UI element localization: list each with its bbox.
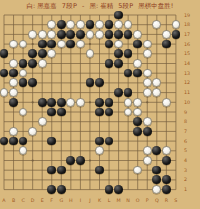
intersection-B7[interactable] [9, 126, 19, 136]
intersection-A1[interactable] [0, 185, 9, 195]
intersection-R10[interactable] [162, 97, 172, 107]
intersection-B16[interactable] [9, 39, 19, 49]
intersection-O5[interactable] [133, 146, 143, 156]
intersection-S4[interactable] [171, 155, 181, 165]
intersection-L14[interactable] [104, 59, 114, 69]
intersection-O12[interactable] [133, 78, 143, 88]
intersection-M9[interactable] [114, 107, 124, 117]
intersection-I19[interactable] [76, 10, 86, 20]
intersection-C2[interactable] [18, 175, 28, 185]
intersection-H16[interactable] [66, 39, 76, 49]
intersection-S18[interactable] [171, 20, 181, 30]
intersection-I16[interactable] [76, 39, 86, 49]
intersection-I3[interactable] [76, 165, 86, 175]
intersection-Q15[interactable] [152, 49, 162, 59]
intersection-B2[interactable] [9, 175, 19, 185]
intersection-O11[interactable] [133, 88, 143, 98]
intersection-J3[interactable] [85, 165, 95, 175]
intersection-S9[interactable] [171, 107, 181, 117]
intersection-A9[interactable] [0, 107, 9, 117]
intersection-P9[interactable] [142, 107, 152, 117]
intersection-N12[interactable] [123, 78, 133, 88]
intersection-G1[interactable] [57, 185, 67, 195]
intersection-I5[interactable] [76, 146, 86, 156]
intersection-O4[interactable] [133, 155, 143, 165]
intersection-H3[interactable] [66, 165, 76, 175]
intersection-B5[interactable] [9, 146, 19, 156]
intersection-B8[interactable] [9, 117, 19, 127]
intersection-G4[interactable] [57, 155, 67, 165]
intersection-C16[interactable] [18, 39, 28, 49]
intersection-N16[interactable] [123, 39, 133, 49]
intersection-D5[interactable] [28, 146, 38, 156]
intersection-Q19[interactable] [152, 10, 162, 20]
intersection-K15[interactable] [95, 49, 105, 59]
intersection-D2[interactable] [28, 175, 38, 185]
intersection-M18[interactable] [114, 20, 124, 30]
intersection-L6[interactable] [104, 136, 114, 146]
intersection-B6[interactable] [9, 136, 19, 146]
intersection-P12[interactable] [142, 78, 152, 88]
intersection-G16[interactable] [57, 39, 67, 49]
intersection-L13[interactable] [104, 68, 114, 78]
intersection-A11[interactable] [0, 88, 9, 98]
intersection-B13[interactable] [9, 68, 19, 78]
intersection-H17[interactable] [66, 30, 76, 40]
intersection-M12[interactable] [114, 78, 124, 88]
intersection-H6[interactable] [66, 136, 76, 146]
intersection-D1[interactable] [28, 185, 38, 195]
intersection-B17[interactable] [9, 30, 19, 40]
intersection-P2[interactable] [142, 175, 152, 185]
intersection-K9[interactable] [95, 107, 105, 117]
intersection-H9[interactable] [66, 107, 76, 117]
intersection-J13[interactable] [85, 68, 95, 78]
intersection-J14[interactable] [85, 59, 95, 69]
intersection-G10[interactable] [57, 97, 67, 107]
intersection-G9[interactable] [57, 107, 67, 117]
intersection-O16[interactable] [133, 39, 143, 49]
intersection-K18[interactable] [95, 20, 105, 30]
intersection-C19[interactable] [18, 10, 28, 20]
intersection-B15[interactable] [9, 49, 19, 59]
intersection-N11[interactable] [123, 88, 133, 98]
intersection-Q17[interactable] [152, 30, 162, 40]
intersection-R12[interactable] [162, 78, 172, 88]
intersection-C5[interactable] [18, 146, 28, 156]
intersection-L15[interactable] [104, 49, 114, 59]
intersection-F4[interactable] [47, 155, 57, 165]
intersection-Q9[interactable] [152, 107, 162, 117]
intersection-K16[interactable] [95, 39, 105, 49]
intersection-E9[interactable] [37, 107, 47, 117]
intersection-O17[interactable] [133, 30, 143, 40]
intersection-L16[interactable] [104, 39, 114, 49]
intersection-C11[interactable] [18, 88, 28, 98]
intersection-G17[interactable] [57, 30, 67, 40]
intersection-F3[interactable] [47, 165, 57, 175]
intersection-K8[interactable] [95, 117, 105, 127]
intersection-H4[interactable] [66, 155, 76, 165]
intersection-M10[interactable] [114, 97, 124, 107]
intersection-M3[interactable] [114, 165, 124, 175]
intersection-M14[interactable] [114, 59, 124, 69]
intersection-D8[interactable] [28, 117, 38, 127]
intersection-A12[interactable] [0, 78, 9, 88]
intersection-R18[interactable] [162, 20, 172, 30]
intersection-K14[interactable] [95, 59, 105, 69]
intersection-C3[interactable] [18, 165, 28, 175]
intersection-O8[interactable] [133, 117, 143, 127]
intersection-D13[interactable] [28, 68, 38, 78]
intersection-P10[interactable] [142, 97, 152, 107]
intersection-J5[interactable] [85, 146, 95, 156]
intersection-P11[interactable] [142, 88, 152, 98]
intersection-O1[interactable] [133, 185, 143, 195]
intersection-D10[interactable] [28, 97, 38, 107]
intersection-A17[interactable] [0, 30, 9, 40]
intersection-R5[interactable] [162, 146, 172, 156]
intersection-P8[interactable] [142, 117, 152, 127]
intersection-I1[interactable] [76, 185, 86, 195]
intersection-E6[interactable] [37, 136, 47, 146]
intersection-I6[interactable] [76, 136, 86, 146]
intersection-F19[interactable] [47, 10, 57, 20]
intersection-J17[interactable] [85, 30, 95, 40]
intersection-I2[interactable] [76, 175, 86, 185]
intersection-H19[interactable] [66, 10, 76, 20]
intersection-E14[interactable] [37, 59, 47, 69]
intersection-H18[interactable] [66, 20, 76, 30]
intersection-M1[interactable] [114, 185, 124, 195]
intersection-A4[interactable] [0, 155, 9, 165]
intersection-N17[interactable] [123, 30, 133, 40]
intersection-K19[interactable] [95, 10, 105, 20]
intersection-N4[interactable] [123, 155, 133, 165]
intersection-Q13[interactable] [152, 68, 162, 78]
intersection-H1[interactable] [66, 185, 76, 195]
intersection-N13[interactable] [123, 68, 133, 78]
intersection-G5[interactable] [57, 146, 67, 156]
intersection-A19[interactable] [0, 10, 9, 20]
intersection-C13[interactable] [18, 68, 28, 78]
intersection-A5[interactable] [0, 146, 9, 156]
intersection-O14[interactable] [133, 59, 143, 69]
intersection-I12[interactable] [76, 78, 86, 88]
intersection-C10[interactable] [18, 97, 28, 107]
intersection-D15[interactable] [28, 49, 38, 59]
intersection-P16[interactable] [142, 39, 152, 49]
intersection-S13[interactable] [171, 68, 181, 78]
intersection-D14[interactable] [28, 59, 38, 69]
intersection-M16[interactable] [114, 39, 124, 49]
intersection-G11[interactable] [57, 88, 67, 98]
intersection-I14[interactable] [76, 59, 86, 69]
intersection-A2[interactable] [0, 175, 9, 185]
intersection-Q2[interactable] [152, 175, 162, 185]
intersection-S7[interactable] [171, 126, 181, 136]
intersection-I9[interactable] [76, 107, 86, 117]
intersection-L3[interactable] [104, 165, 114, 175]
intersection-R16[interactable] [162, 39, 172, 49]
intersection-P3[interactable] [142, 165, 152, 175]
intersection-E18[interactable] [37, 20, 47, 30]
intersection-J11[interactable] [85, 88, 95, 98]
intersection-E7[interactable] [37, 126, 47, 136]
intersection-N7[interactable] [123, 126, 133, 136]
intersection-D9[interactable] [28, 107, 38, 117]
intersection-S10[interactable] [171, 97, 181, 107]
intersection-F8[interactable] [47, 117, 57, 127]
intersection-E4[interactable] [37, 155, 47, 165]
intersection-Q16[interactable] [152, 39, 162, 49]
intersection-P7[interactable] [142, 126, 152, 136]
intersection-R1[interactable] [162, 185, 172, 195]
intersection-M4[interactable] [114, 155, 124, 165]
go-board[interactable] [0, 10, 181, 194]
intersection-E16[interactable] [37, 39, 47, 49]
intersection-L17[interactable] [104, 30, 114, 40]
intersection-Q11[interactable] [152, 88, 162, 98]
intersection-I4[interactable] [76, 155, 86, 165]
intersection-C17[interactable] [18, 30, 28, 40]
intersection-Q3[interactable] [152, 165, 162, 175]
intersection-R13[interactable] [162, 68, 172, 78]
intersection-G12[interactable] [57, 78, 67, 88]
intersection-M13[interactable] [114, 68, 124, 78]
intersection-M17[interactable] [114, 30, 124, 40]
intersection-R4[interactable] [162, 155, 172, 165]
intersection-L9[interactable] [104, 107, 114, 117]
intersection-Q7[interactable] [152, 126, 162, 136]
intersection-I7[interactable] [76, 126, 86, 136]
intersection-F18[interactable] [47, 20, 57, 30]
intersection-I8[interactable] [76, 117, 86, 127]
intersection-I18[interactable] [76, 20, 86, 30]
intersection-A14[interactable] [0, 59, 9, 69]
intersection-C12[interactable] [18, 78, 28, 88]
intersection-H11[interactable] [66, 88, 76, 98]
intersection-O15[interactable] [133, 49, 143, 59]
intersection-S15[interactable] [171, 49, 181, 59]
intersection-G14[interactable] [57, 59, 67, 69]
intersection-S19[interactable] [171, 10, 181, 20]
intersection-O7[interactable] [133, 126, 143, 136]
intersection-J16[interactable] [85, 39, 95, 49]
intersection-A3[interactable] [0, 165, 9, 175]
intersection-I11[interactable] [76, 88, 86, 98]
intersection-A15[interactable] [0, 49, 9, 59]
intersection-B14[interactable] [9, 59, 19, 69]
intersection-J1[interactable] [85, 185, 95, 195]
intersection-K3[interactable] [95, 165, 105, 175]
intersection-N5[interactable] [123, 146, 133, 156]
intersection-B3[interactable] [9, 165, 19, 175]
intersection-F13[interactable] [47, 68, 57, 78]
intersection-R19[interactable] [162, 10, 172, 20]
intersection-C15[interactable] [18, 49, 28, 59]
intersection-N1[interactable] [123, 185, 133, 195]
intersection-A13[interactable] [0, 68, 9, 78]
intersection-G15[interactable] [57, 49, 67, 59]
intersection-H2[interactable] [66, 175, 76, 185]
intersection-E11[interactable] [37, 88, 47, 98]
intersection-P13[interactable] [142, 68, 152, 78]
intersection-G3[interactable] [57, 165, 67, 175]
intersection-F5[interactable] [47, 146, 57, 156]
intersection-D7[interactable] [28, 126, 38, 136]
intersection-P4[interactable] [142, 155, 152, 165]
intersection-D11[interactable] [28, 88, 38, 98]
intersection-K17[interactable] [95, 30, 105, 40]
intersection-K7[interactable] [95, 126, 105, 136]
intersection-K10[interactable] [95, 97, 105, 107]
intersection-E15[interactable] [37, 49, 47, 59]
intersection-K11[interactable] [95, 88, 105, 98]
intersection-F15[interactable] [47, 49, 57, 59]
intersection-K12[interactable] [95, 78, 105, 88]
intersection-F10[interactable] [47, 97, 57, 107]
intersection-R14[interactable] [162, 59, 172, 69]
intersection-J15[interactable] [85, 49, 95, 59]
intersection-L4[interactable] [104, 155, 114, 165]
intersection-R17[interactable] [162, 30, 172, 40]
intersection-F9[interactable] [47, 107, 57, 117]
intersection-G6[interactable] [57, 136, 67, 146]
intersection-F2[interactable] [47, 175, 57, 185]
intersection-L11[interactable] [104, 88, 114, 98]
intersection-S5[interactable] [171, 146, 181, 156]
intersection-Q8[interactable] [152, 117, 162, 127]
intersection-H15[interactable] [66, 49, 76, 59]
intersection-N6[interactable] [123, 136, 133, 146]
intersection-H5[interactable] [66, 146, 76, 156]
intersection-I17[interactable] [76, 30, 86, 40]
intersection-O10[interactable] [133, 97, 143, 107]
intersection-B11[interactable] [9, 88, 19, 98]
intersection-D17[interactable] [28, 30, 38, 40]
intersection-E2[interactable] [37, 175, 47, 185]
intersection-A7[interactable] [0, 126, 9, 136]
intersection-K4[interactable] [95, 155, 105, 165]
intersection-H14[interactable] [66, 59, 76, 69]
intersection-R11[interactable] [162, 88, 172, 98]
intersection-B4[interactable] [9, 155, 19, 165]
intersection-S8[interactable] [171, 117, 181, 127]
intersection-L12[interactable] [104, 78, 114, 88]
intersection-O9[interactable] [133, 107, 143, 117]
intersection-G19[interactable] [57, 10, 67, 20]
intersection-E10[interactable] [37, 97, 47, 107]
intersection-S6[interactable] [171, 136, 181, 146]
intersection-O18[interactable] [133, 20, 143, 30]
intersection-P5[interactable] [142, 146, 152, 156]
intersection-G13[interactable] [57, 68, 67, 78]
intersection-C18[interactable] [18, 20, 28, 30]
intersection-S14[interactable] [171, 59, 181, 69]
intersection-E12[interactable] [37, 78, 47, 88]
intersection-R8[interactable] [162, 117, 172, 127]
intersection-Q4[interactable] [152, 155, 162, 165]
intersection-Q14[interactable] [152, 59, 162, 69]
intersection-F6[interactable] [47, 136, 57, 146]
intersection-F12[interactable] [47, 78, 57, 88]
intersection-H7[interactable] [66, 126, 76, 136]
intersection-E19[interactable] [37, 10, 47, 20]
intersection-S2[interactable] [171, 175, 181, 185]
intersection-B9[interactable] [9, 107, 19, 117]
intersection-B10[interactable] [9, 97, 19, 107]
intersection-C6[interactable] [18, 136, 28, 146]
intersection-L18[interactable] [104, 20, 114, 30]
intersection-B12[interactable] [9, 78, 19, 88]
intersection-G2[interactable] [57, 175, 67, 185]
intersection-N10[interactable] [123, 97, 133, 107]
intersection-F16[interactable] [47, 39, 57, 49]
intersection-A8[interactable] [0, 117, 9, 127]
intersection-D18[interactable] [28, 20, 38, 30]
intersection-N14[interactable] [123, 59, 133, 69]
intersection-N3[interactable] [123, 165, 133, 175]
intersection-K13[interactable] [95, 68, 105, 78]
intersection-R3[interactable] [162, 165, 172, 175]
intersection-C7[interactable] [18, 126, 28, 136]
intersection-M6[interactable] [114, 136, 124, 146]
intersection-Q12[interactable] [152, 78, 162, 88]
intersection-N18[interactable] [123, 20, 133, 30]
intersection-G7[interactable] [57, 126, 67, 136]
intersection-D6[interactable] [28, 136, 38, 146]
intersection-N8[interactable] [123, 117, 133, 127]
intersection-R15[interactable] [162, 49, 172, 59]
intersection-H13[interactable] [66, 68, 76, 78]
intersection-O2[interactable] [133, 175, 143, 185]
intersection-N9[interactable] [123, 107, 133, 117]
intersection-S1[interactable] [171, 185, 181, 195]
intersection-E17[interactable] [37, 30, 47, 40]
intersection-K1[interactable] [95, 185, 105, 195]
intersection-M15[interactable] [114, 49, 124, 59]
intersection-M19[interactable] [114, 10, 124, 20]
intersection-S17[interactable] [171, 30, 181, 40]
intersection-J7[interactable] [85, 126, 95, 136]
intersection-O13[interactable] [133, 68, 143, 78]
intersection-K5[interactable] [95, 146, 105, 156]
intersection-F14[interactable] [47, 59, 57, 69]
intersection-C1[interactable] [18, 185, 28, 195]
intersection-O3[interactable] [133, 165, 143, 175]
intersection-L7[interactable] [104, 126, 114, 136]
intersection-D12[interactable] [28, 78, 38, 88]
intersection-P1[interactable] [142, 185, 152, 195]
intersection-J4[interactable] [85, 155, 95, 165]
intersection-F1[interactable] [47, 185, 57, 195]
intersection-P6[interactable] [142, 136, 152, 146]
intersection-Q5[interactable] [152, 146, 162, 156]
intersection-P18[interactable] [142, 20, 152, 30]
intersection-E13[interactable] [37, 68, 47, 78]
intersection-Q18[interactable] [152, 20, 162, 30]
intersection-E1[interactable] [37, 185, 47, 195]
intersection-M2[interactable] [114, 175, 124, 185]
intersection-I10[interactable] [76, 97, 86, 107]
intersection-B19[interactable] [9, 10, 19, 20]
intersection-J9[interactable] [85, 107, 95, 117]
intersection-D3[interactable] [28, 165, 38, 175]
intersection-D4[interactable] [28, 155, 38, 165]
intersection-B18[interactable] [9, 20, 19, 30]
intersection-O6[interactable] [133, 136, 143, 146]
